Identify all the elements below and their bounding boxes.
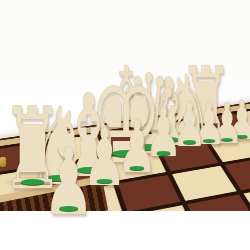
piece-layer: ♜♞♝♚♛♝♞♜♟♟♟♟♟♟♟♟ — [0, 0, 250, 250]
white-pawn: ♟ — [39, 136, 97, 229]
chess-set-photo: ♜♞♝♚♛♝♞♜♟♟♟♟♟♟♟♟ — [0, 0, 250, 250]
